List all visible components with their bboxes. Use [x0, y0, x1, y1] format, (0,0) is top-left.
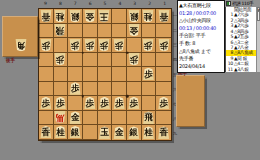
piece-金[interactable]: 金 [84, 10, 96, 23]
piece-歩[interactable]: 歩 [128, 53, 140, 66]
move-list-title: 棋譜 110手 [232, 1, 253, 6]
info-line: 手合割: 平手 [179, 32, 224, 40]
board-cell[interactable]: 歩 [142, 38, 157, 53]
info-line: 01:28 / 00:07:00 [179, 10, 224, 18]
move-list-header: 棋譜 110手 [225, 0, 260, 7]
piece-歩[interactable]: 歩 [98, 97, 110, 110]
piece-飛[interactable]: 飛 [54, 24, 66, 37]
piece-香[interactable]: 香 [158, 10, 170, 23]
board-cell[interactable]: 香 [39, 125, 54, 140]
board-cell[interactable] [83, 24, 98, 39]
col-label: 6 [83, 0, 98, 7]
board-cell[interactable] [39, 82, 54, 97]
board-cell[interactable]: 桂 [142, 125, 157, 140]
board-cell[interactable]: 歩 [112, 38, 127, 53]
board-cell[interactable] [83, 125, 98, 140]
move-list-panel: 棋譜 110手 開始局面1▲7六歩2△3四歩3▲2六歩4△8四歩5▲2五歩6△3… [225, 0, 260, 75]
sente-piece-stand[interactable] [176, 75, 205, 127]
board-cell[interactable] [156, 82, 171, 97]
board-cell[interactable] [156, 111, 171, 126]
move-text: ▲3八銀 [234, 67, 256, 72]
board-cell[interactable]: 歩 [83, 38, 98, 53]
board-cell[interactable] [142, 24, 157, 39]
piece-金[interactable]: 金 [128, 24, 140, 37]
gote-piece-stand[interactable]: 角 [2, 16, 38, 57]
board-cell[interactable] [83, 67, 98, 82]
board-cell[interactable] [54, 82, 69, 97]
col-label: 4 [112, 0, 127, 7]
board-cell[interactable]: 歩 [98, 96, 113, 111]
board-cell[interactable]: 金 [83, 9, 98, 24]
piece-王[interactable]: 王 [98, 10, 110, 23]
piece-歩[interactable]: 歩 [158, 97, 170, 110]
piece-歩[interactable]: 歩 [84, 39, 96, 52]
board-cell[interactable] [127, 67, 142, 82]
board-cell[interactable]: 歩 [112, 96, 127, 111]
board-cell[interactable] [142, 96, 157, 111]
col-label: 1 [157, 0, 172, 7]
board-cell[interactable]: 歩 [54, 96, 69, 111]
board-cell[interactable] [112, 53, 127, 68]
piece-銀[interactable]: 銀 [69, 10, 81, 23]
piece-角[interactable]: 角 [15, 39, 27, 52]
scrollbar-thumb[interactable] [257, 11, 260, 21]
board-cell[interactable]: 歩 [127, 53, 142, 68]
info-line: 2024/04/14 [179, 63, 224, 71]
board-cell[interactable]: 金 [127, 24, 142, 39]
board-cell[interactable]: 飛 [142, 111, 157, 126]
board-cell[interactable] [156, 53, 171, 68]
board-cell[interactable]: 歩 [39, 38, 54, 53]
board-cell[interactable]: 桂 [54, 9, 69, 24]
row-label: 九 [173, 126, 178, 141]
board-cell[interactable]: 金 [68, 111, 83, 126]
board-cell[interactable] [98, 82, 113, 97]
col-label: 8 [53, 0, 68, 7]
piece-桂[interactable]: 桂 [54, 126, 66, 139]
piece-玉[interactable]: 玉 [98, 126, 110, 139]
piece-歩[interactable]: 歩 [142, 39, 154, 52]
board-cell[interactable]: 歩 [68, 38, 83, 53]
board-cell[interactable] [142, 53, 157, 68]
piece-歩[interactable]: 歩 [142, 68, 154, 81]
kifu-window-icon [226, 1, 231, 6]
board-cell[interactable] [39, 53, 54, 68]
piece-歩[interactable]: 歩 [158, 39, 170, 52]
piece-歩[interactable]: 歩 [54, 53, 66, 66]
info-line: 手 数: 8 [179, 40, 224, 48]
info-line: ▲大石直嗣七段 [179, 2, 224, 10]
board-cell[interactable] [127, 111, 142, 126]
board-column-labels: 987654321 [38, 0, 172, 7]
board-cell[interactable] [112, 24, 127, 39]
shogi-board: 香桂銀金王銀桂香飛金歩歩歩歩歩歩歩歩歩歩歩歩歩歩歩歩歩歩馬金飛香桂銀玉金銀桂香 [38, 8, 172, 141]
piece-歩[interactable]: 歩 [113, 97, 125, 110]
board-cell[interactable] [156, 24, 171, 39]
piece-桂[interactable]: 桂 [54, 10, 66, 23]
col-label: 3 [127, 0, 142, 7]
piece-歩[interactable]: 歩 [40, 97, 52, 110]
board-cell[interactable]: 飛 [54, 24, 69, 39]
board-cell[interactable]: 銀 [127, 9, 142, 24]
piece-金[interactable]: 金 [69, 111, 81, 124]
hoshi-dot [82, 51, 85, 54]
gote-hand-pieces: 角 [15, 39, 27, 52]
board-cell[interactable]: 歩 [39, 96, 54, 111]
piece-歩[interactable]: 歩 [54, 97, 66, 110]
piece-銀[interactable]: 銀 [128, 10, 140, 23]
board-cell[interactable]: 香 [156, 9, 171, 24]
shogi-app-window: 987654321 一二三四五六七八九 香桂銀金王銀桂香飛金歩歩歩歩歩歩歩歩歩歩… [0, 0, 260, 160]
board-cell[interactable] [98, 67, 113, 82]
board-cell[interactable] [68, 96, 83, 111]
board-cell[interactable] [98, 53, 113, 68]
game-info-panel: ▲大石直嗣七段01:28 / 00:07:00△小山怜央四段00:13 / 00… [177, 0, 225, 73]
piece-飛[interactable]: 飛 [142, 111, 154, 124]
board-cell[interactable] [68, 53, 83, 68]
board-cell[interactable]: 歩 [142, 67, 157, 82]
board-cell[interactable]: 歩 [156, 38, 171, 53]
board-cell[interactable] [112, 9, 127, 24]
board-cell[interactable]: 歩 [98, 38, 113, 53]
col-label: 9 [38, 0, 53, 7]
piece-銀[interactable]: 銀 [69, 126, 81, 139]
board-cell[interactable] [68, 67, 83, 82]
move-list-scrollbar[interactable]: ▲ [256, 7, 260, 72]
board-cell[interactable] [68, 24, 83, 39]
board-cell[interactable] [127, 38, 142, 53]
board-cell[interactable]: 桂 [54, 125, 69, 140]
board-cell[interactable]: 銀 [68, 9, 83, 24]
board-cell[interactable] [39, 111, 54, 126]
board-cell[interactable]: 香 [39, 9, 54, 24]
piece-香[interactable]: 香 [158, 126, 170, 139]
board-cell[interactable] [112, 82, 127, 97]
piece-桂[interactable]: 桂 [142, 10, 154, 23]
piece-金[interactable]: 金 [113, 126, 125, 139]
board-cell[interactable]: 歩 [83, 96, 98, 111]
hoshi-dot [126, 95, 129, 98]
board-cell[interactable]: 桂 [142, 9, 157, 24]
board-cell[interactable]: 馬 [54, 111, 69, 126]
board-cell[interactable]: 王 [98, 9, 113, 24]
piece-香[interactable]: 香 [40, 10, 52, 23]
board-cell[interactable]: 歩 [127, 96, 142, 111]
piece-歩[interactable]: 歩 [84, 97, 96, 110]
piece-歩[interactable]: 歩 [113, 39, 125, 52]
move-list-rows: 開始局面1▲7六歩2△3四歩3▲2六歩4△8四歩5▲2五歩6△3二金7▲7八金8… [225, 7, 256, 72]
board-cell[interactable]: 歩 [156, 96, 171, 111]
move-number: 11 [226, 67, 234, 72]
gote-stand-label: 後手 [6, 58, 15, 63]
info-line: △小山怜央四段 [179, 17, 224, 25]
piece-歩[interactable]: 歩 [69, 82, 81, 95]
col-label: 5 [98, 0, 113, 7]
board-cell[interactable] [54, 38, 69, 53]
board-cell[interactable]: 銀 [127, 125, 142, 140]
board-cell[interactable]: 歩 [68, 82, 83, 97]
board-cell[interactable]: 金 [112, 125, 127, 140]
col-label: 7 [68, 0, 83, 7]
board-cell[interactable] [112, 67, 127, 82]
piece-桂[interactable]: 桂 [142, 126, 154, 139]
hoshi-dot [82, 95, 85, 98]
info-line: 先手番 [179, 55, 224, 63]
board-cell[interactable] [54, 67, 69, 82]
piece-銀[interactable]: 銀 [128, 126, 140, 139]
hoshi-dot [126, 51, 129, 54]
board-cell[interactable] [39, 67, 54, 82]
piece-香[interactable]: 香 [40, 126, 52, 139]
info-line: △8八角成 まで [179, 48, 224, 56]
board-cell[interactable] [112, 111, 127, 126]
board-cell[interactable]: 玉 [98, 125, 113, 140]
info-line: 00:13 / 00:00:40 [179, 25, 224, 33]
board-cell[interactable] [156, 67, 171, 82]
board-cell[interactable]: 銀 [68, 125, 83, 140]
board-cell[interactable] [83, 111, 98, 126]
col-label: 2 [142, 0, 157, 7]
move-row[interactable]: 11▲3八銀 [226, 67, 256, 72]
board-cell[interactable] [83, 82, 98, 97]
piece-馬[interactable]: 馬 [54, 111, 66, 124]
board-cell[interactable] [98, 111, 113, 126]
board-cell[interactable]: 香 [156, 125, 171, 140]
board-cell[interactable] [142, 82, 157, 97]
piece-歩[interactable]: 歩 [98, 39, 110, 52]
board-cell[interactable] [98, 24, 113, 39]
piece-歩[interactable]: 歩 [128, 97, 140, 110]
piece-歩[interactable]: 歩 [69, 39, 81, 52]
board-cell[interactable] [127, 82, 142, 97]
scroll-up-arrow[interactable]: ▲ [257, 7, 260, 11]
board-cell[interactable] [39, 24, 54, 39]
board-cell[interactable]: 歩 [54, 53, 69, 68]
piece-歩[interactable]: 歩 [40, 39, 52, 52]
board-cell[interactable] [83, 53, 98, 68]
